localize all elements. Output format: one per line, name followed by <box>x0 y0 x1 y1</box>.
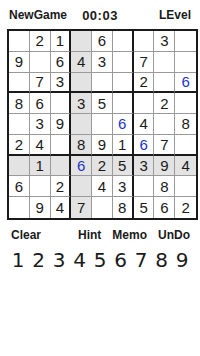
cell-r9c8[interactable]: 6 <box>154 197 175 218</box>
cell-r5c2[interactable]: 3 <box>30 114 51 135</box>
cell-r4c4[interactable]: 3 <box>71 93 92 114</box>
cell-r4c3[interactable] <box>51 93 72 114</box>
cell-r7c6[interactable]: 5 <box>113 156 134 177</box>
cell-r9c3[interactable]: 4 <box>51 197 72 218</box>
cell-r2c5[interactable]: 3 <box>92 52 113 73</box>
cell-r7c8[interactable]: 9 <box>154 156 175 177</box>
given-digit: 3 <box>160 33 168 48</box>
timer: 00:03 <box>70 8 131 23</box>
numpad-6[interactable]: 6 <box>112 248 130 272</box>
clear-button[interactable]: Clear <box>11 228 41 242</box>
cell-r8c4[interactable] <box>71 176 92 197</box>
numpad-7[interactable]: 7 <box>132 248 150 272</box>
user-digit: 6 <box>77 158 85 173</box>
cell-r1c1[interactable] <box>9 31 30 52</box>
user-digit: 6 <box>181 74 189 89</box>
cell-r9c2[interactable]: 9 <box>30 197 51 218</box>
undo-button[interactable]: UnDo <box>158 228 190 242</box>
cell-r6c4[interactable]: 8 <box>71 135 92 156</box>
number-pad: 123456789 <box>0 248 200 272</box>
given-digit: 2 <box>160 96 168 111</box>
cell-r1c3[interactable]: 1 <box>51 31 72 52</box>
cell-r3c8[interactable] <box>154 73 175 94</box>
cell-r5c1[interactable] <box>9 114 30 135</box>
cell-r5c9[interactable]: 8 <box>175 114 196 135</box>
given-digit: 5 <box>118 158 126 173</box>
given-digit: 6 <box>160 200 168 215</box>
given-digit: 3 <box>98 54 106 69</box>
cell-r4c5[interactable]: 5 <box>92 93 113 114</box>
given-digit: 3 <box>35 116 43 131</box>
controls-bar: Clear Hint Memo UnDo <box>0 227 200 243</box>
cell-r8c3[interactable]: 2 <box>51 176 72 197</box>
given-digit: 4 <box>181 158 189 173</box>
numpad-4[interactable]: 4 <box>71 248 89 272</box>
cell-r6c6[interactable]: 1 <box>113 135 134 156</box>
given-digit: 7 <box>139 54 147 69</box>
given-digit: 2 <box>139 74 147 89</box>
given-digit: 7 <box>35 74 43 89</box>
cell-r8c2[interactable] <box>30 176 51 197</box>
cell-r1c8[interactable]: 3 <box>154 31 175 52</box>
cell-r1c9[interactable] <box>175 31 196 52</box>
given-digit: 7 <box>77 200 85 215</box>
cell-r4c9[interactable] <box>175 93 196 114</box>
given-digit: 2 <box>98 158 106 173</box>
given-digit: 4 <box>139 116 147 131</box>
numpad-3[interactable]: 3 <box>50 248 68 272</box>
numpad-8[interactable]: 8 <box>153 248 171 272</box>
given-digit: 6 <box>56 54 64 69</box>
cell-r7c5[interactable]: 2 <box>92 156 113 177</box>
cell-r9c1[interactable] <box>9 197 30 218</box>
given-digit: 6 <box>98 33 106 48</box>
cell-r5c7[interactable]: 4 <box>134 114 155 135</box>
cell-r5c3[interactable]: 9 <box>51 114 72 135</box>
given-digit: 7 <box>160 137 168 152</box>
given-digit: 9 <box>160 158 168 173</box>
cell-r9c5[interactable] <box>92 197 113 218</box>
user-digit: 6 <box>118 116 126 131</box>
given-digit: 4 <box>98 179 106 194</box>
cell-r5c5[interactable] <box>92 114 113 135</box>
cell-r6c8[interactable]: 7 <box>154 135 175 156</box>
cell-r8c6[interactable]: 3 <box>113 176 134 197</box>
cell-r4c1[interactable]: 8 <box>9 93 30 114</box>
header: NewGame 00:03 LEvel <box>0 0 200 28</box>
given-digit: 9 <box>56 116 64 131</box>
given-digit: 4 <box>35 137 43 152</box>
numpad-2[interactable]: 2 <box>30 248 48 272</box>
given-digit: 4 <box>56 200 64 215</box>
cell-r3c2[interactable]: 7 <box>30 73 51 94</box>
cell-r8c7[interactable] <box>134 176 155 197</box>
given-digit: 8 <box>77 137 85 152</box>
cell-r1c2[interactable]: 2 <box>30 31 51 52</box>
cell-r4c2[interactable]: 6 <box>30 93 51 114</box>
cell-r2c4[interactable]: 4 <box>71 52 92 73</box>
given-digit: 8 <box>118 200 126 215</box>
sudoku-board: 2163964377326863523964824891671625394624… <box>7 29 198 220</box>
given-digit: 4 <box>77 54 85 69</box>
numpad-9[interactable]: 9 <box>173 248 191 272</box>
cell-r3c5[interactable] <box>92 73 113 94</box>
cell-r9c4[interactable]: 7 <box>71 197 92 218</box>
level-button[interactable]: LEvel <box>130 8 191 22</box>
given-digit: 9 <box>98 137 106 152</box>
cell-r1c5[interactable]: 6 <box>92 31 113 52</box>
cell-r7c7[interactable]: 3 <box>134 156 155 177</box>
cell-r9c7[interactable]: 5 <box>134 197 155 218</box>
given-digit: 8 <box>160 179 168 194</box>
numpad-5[interactable]: 5 <box>91 248 109 272</box>
cell-r4c6[interactable] <box>113 93 134 114</box>
cell-r6c9[interactable] <box>175 135 196 156</box>
cell-r8c1[interactable]: 6 <box>9 176 30 197</box>
given-digit: 1 <box>56 33 64 48</box>
cell-r6c2[interactable]: 4 <box>30 135 51 156</box>
cell-r4c7[interactable] <box>134 93 155 114</box>
cell-r5c8[interactable] <box>154 114 175 135</box>
given-digit: 3 <box>118 179 126 194</box>
cell-r6c1[interactable]: 2 <box>9 135 30 156</box>
cell-r3c1[interactable] <box>9 73 30 94</box>
cell-r3c6[interactable] <box>113 73 134 94</box>
cell-r7c9[interactable]: 4 <box>175 156 196 177</box>
given-digit: 5 <box>98 96 106 111</box>
given-digit: 3 <box>56 74 64 89</box>
cell-r8c8[interactable]: 8 <box>154 176 175 197</box>
given-digit: 5 <box>139 200 147 215</box>
cell-r5c4[interactable] <box>71 114 92 135</box>
user-digit: 6 <box>139 137 147 152</box>
given-digit: 9 <box>15 54 23 69</box>
cell-r9c6[interactable]: 8 <box>113 197 134 218</box>
given-digit: 8 <box>181 116 189 131</box>
given-digit: 6 <box>35 96 43 111</box>
cell-r5c6[interactable]: 6 <box>113 114 134 135</box>
cell-r2c7[interactable]: 7 <box>134 52 155 73</box>
cell-r3c3[interactable]: 3 <box>51 73 72 94</box>
cell-r7c1[interactable] <box>9 156 30 177</box>
given-digit: 8 <box>15 96 23 111</box>
cell-r9c9[interactable]: 2 <box>175 197 196 218</box>
cell-r6c5[interactable]: 9 <box>92 135 113 156</box>
cell-r1c4[interactable] <box>71 31 92 52</box>
cell-r1c6[interactable] <box>113 31 134 52</box>
given-digit: 6 <box>15 179 23 194</box>
cell-r3c7[interactable]: 2 <box>134 73 155 94</box>
given-digit: 3 <box>77 96 85 111</box>
given-digit: 2 <box>181 200 189 215</box>
cell-r7c4[interactable]: 6 <box>71 156 92 177</box>
given-digit: 2 <box>56 179 64 194</box>
given-digit: 9 <box>35 200 43 215</box>
given-digit: 1 <box>118 137 126 152</box>
cell-r6c7[interactable]: 6 <box>134 135 155 156</box>
given-digit: 3 <box>139 158 147 173</box>
hint-button[interactable]: Hint <box>78 228 101 242</box>
given-digit: 1 <box>35 158 43 173</box>
given-digit: 2 <box>35 33 43 48</box>
cell-r1c7[interactable] <box>134 31 155 52</box>
cell-r3c4[interactable] <box>71 73 92 94</box>
cell-r2c3[interactable]: 6 <box>51 52 72 73</box>
cell-r2c1[interactable]: 9 <box>9 52 30 73</box>
cell-r2c2[interactable] <box>30 52 51 73</box>
cell-r8c5[interactable]: 4 <box>92 176 113 197</box>
cell-r8c9[interactable] <box>175 176 196 197</box>
cell-r2c9[interactable] <box>175 52 196 73</box>
memo-button[interactable]: Memo <box>112 228 147 242</box>
cell-r2c6[interactable] <box>113 52 134 73</box>
cell-r4c8[interactable]: 2 <box>154 93 175 114</box>
given-digit: 2 <box>15 137 23 152</box>
cell-r3c9[interactable]: 6 <box>175 73 196 94</box>
cell-r7c2[interactable]: 1 <box>30 156 51 177</box>
numpad-1[interactable]: 1 <box>9 248 27 272</box>
cell-r6c3[interactable] <box>51 135 72 156</box>
cell-r2c8[interactable] <box>154 52 175 73</box>
cell-r7c3[interactable] <box>51 156 72 177</box>
new-game-button[interactable]: NewGame <box>9 8 70 22</box>
